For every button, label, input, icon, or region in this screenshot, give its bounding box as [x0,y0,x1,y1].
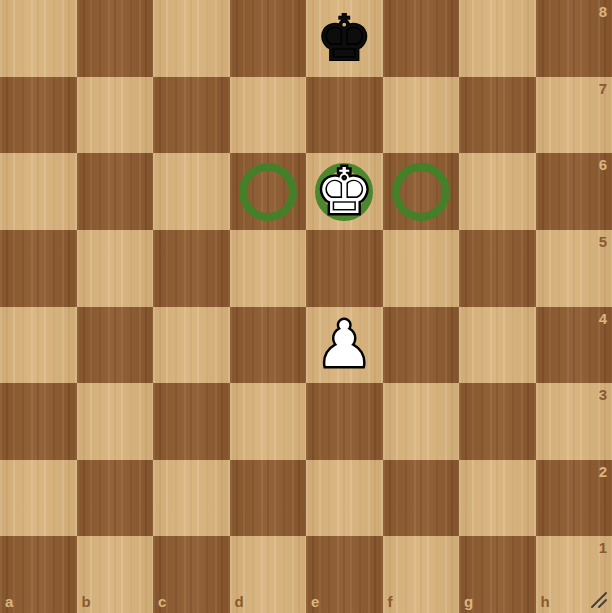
square-b3[interactable] [77,383,154,460]
square-c3[interactable] [153,383,230,460]
file-label-d: d [235,594,244,609]
square-b8[interactable] [77,0,154,77]
square-c1[interactable]: c [153,536,230,613]
square-h8[interactable]: 8 [536,0,612,77]
rank-label-5: 5 [599,234,607,249]
square-h2[interactable]: 2 [536,460,612,537]
square-g3[interactable] [459,383,536,460]
file-label-a: a [5,594,13,609]
rank-label-6: 6 [599,157,607,172]
square-d6[interactable] [230,153,307,230]
square-d2[interactable] [230,460,307,537]
square-b1[interactable]: b [77,536,154,613]
square-a6[interactable] [0,153,77,230]
square-g5[interactable] [459,230,536,307]
file-label-h: h [541,594,550,609]
square-h5[interactable]: 5 [536,230,612,307]
square-d7[interactable] [230,77,307,154]
piece-white-king[interactable]: ♚ [306,153,383,230]
square-e5[interactable] [306,230,383,307]
square-h7[interactable]: 7 [536,77,612,154]
file-label-c: c [158,594,166,609]
square-d1[interactable]: d [230,536,307,613]
square-g4[interactable] [459,307,536,384]
square-c8[interactable] [153,0,230,77]
square-f1[interactable]: f [383,536,460,613]
rank-label-7: 7 [599,81,607,96]
square-e3[interactable] [306,383,383,460]
square-a1[interactable]: a [0,536,77,613]
rank-label-2: 2 [599,464,607,479]
square-g6[interactable] [459,153,536,230]
square-c2[interactable] [153,460,230,537]
square-h6[interactable]: 6 [536,153,612,230]
piece-white-pawn[interactable]: ♟ [306,307,383,384]
square-h4[interactable]: 4 [536,307,612,384]
square-c7[interactable] [153,77,230,154]
square-b6[interactable] [77,153,154,230]
square-e8[interactable]: ♚ [306,0,383,77]
square-f8[interactable] [383,0,460,77]
square-g2[interactable] [459,460,536,537]
file-label-f: f [388,594,393,609]
square-b7[interactable] [77,77,154,154]
square-b5[interactable] [77,230,154,307]
board-resize-handle-icon[interactable] [587,588,609,610]
square-f4[interactable] [383,307,460,384]
square-f3[interactable] [383,383,460,460]
chess-board: ♚87♚65♟432abcdefgh1 [0,0,612,613]
rank-label-1: 1 [599,540,607,555]
file-label-g: g [464,594,473,609]
piece-black-king[interactable]: ♚ [306,0,383,77]
square-c5[interactable] [153,230,230,307]
square-g1[interactable]: g [459,536,536,613]
move-hint-circle-f6 [392,163,450,221]
rank-label-4: 4 [599,311,607,326]
square-h3[interactable]: 3 [536,383,612,460]
square-e2[interactable] [306,460,383,537]
square-b2[interactable] [77,460,154,537]
file-label-b: b [82,594,91,609]
square-c4[interactable] [153,307,230,384]
square-a3[interactable] [0,383,77,460]
square-f5[interactable] [383,230,460,307]
rank-label-3: 3 [599,387,607,402]
square-d8[interactable] [230,0,307,77]
square-a2[interactable] [0,460,77,537]
square-c6[interactable] [153,153,230,230]
square-e1[interactable]: e [306,536,383,613]
move-hint-circle-d6 [239,163,297,221]
square-d4[interactable] [230,307,307,384]
square-a5[interactable] [0,230,77,307]
square-f6[interactable] [383,153,460,230]
square-a4[interactable] [0,307,77,384]
square-g7[interactable] [459,77,536,154]
square-b4[interactable] [77,307,154,384]
square-e4[interactable]: ♟ [306,307,383,384]
square-a8[interactable] [0,0,77,77]
square-a7[interactable] [0,77,77,154]
square-f2[interactable] [383,460,460,537]
square-d5[interactable] [230,230,307,307]
square-d3[interactable] [230,383,307,460]
rank-label-8: 8 [599,4,607,19]
file-label-e: e [311,594,319,609]
square-e7[interactable] [306,77,383,154]
square-e6[interactable]: ♚ [306,153,383,230]
square-g8[interactable] [459,0,536,77]
square-f7[interactable] [383,77,460,154]
